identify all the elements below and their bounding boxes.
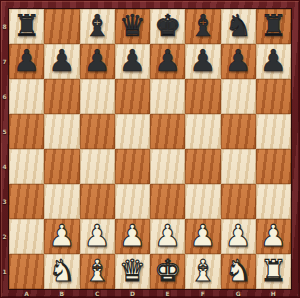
square-g8[interactable]: ♞ [221,9,256,44]
square-h1[interactable]: ♜ [256,254,291,289]
square-f4[interactable] [185,149,220,184]
square-a5[interactable] [9,114,44,149]
rank-label-5: 5 [0,114,9,149]
square-b3[interactable] [44,184,79,219]
white-king: ♚ [154,256,181,286]
square-c3[interactable] [80,184,115,219]
square-g7[interactable]: ♟ [221,44,256,79]
square-b2[interactable]: ♟ [44,219,79,254]
square-a8[interactable]: ♜ [9,9,44,44]
square-h3[interactable] [256,184,291,219]
square-a3[interactable] [9,184,44,219]
square-c6[interactable] [80,79,115,114]
square-f2[interactable]: ♟ [185,219,220,254]
file-label-h: H [256,289,291,298]
white-bishop: ♝ [84,256,111,286]
square-d7[interactable]: ♟ [115,44,150,79]
square-b8[interactable] [44,9,79,44]
file-label-b: B [44,289,79,298]
white-knight: ♞ [48,256,75,286]
square-d2[interactable]: ♟ [115,219,150,254]
square-h8[interactable]: ♜ [256,9,291,44]
square-c4[interactable] [80,149,115,184]
square-c8[interactable]: ♝ [80,9,115,44]
square-e7[interactable]: ♟ [150,44,185,79]
white-queen: ♛ [119,256,146,286]
black-king: ♚ [154,11,181,41]
black-rook: ♜ [260,11,287,41]
square-h6[interactable] [256,79,291,114]
square-b7[interactable]: ♟ [44,44,79,79]
square-f5[interactable] [185,114,220,149]
square-e6[interactable] [150,79,185,114]
square-d3[interactable] [115,184,150,219]
square-a7[interactable]: ♟ [9,44,44,79]
square-a1[interactable] [9,254,44,289]
square-g4[interactable] [221,149,256,184]
square-d1[interactable]: ♛ [115,254,150,289]
black-pawn: ♟ [119,46,146,76]
square-f6[interactable] [185,79,220,114]
black-bishop: ♝ [84,11,111,41]
black-pawn: ♟ [48,46,75,76]
square-e4[interactable] [150,149,185,184]
black-pawn: ♟ [225,46,252,76]
file-label-a: A [9,289,44,298]
file-label-f: F [185,289,220,298]
file-label-g: G [221,289,256,298]
square-c5[interactable] [80,114,115,149]
black-knight: ♞ [225,11,252,41]
square-b4[interactable] [44,149,79,184]
square-d6[interactable] [115,79,150,114]
rank-label-6: 6 [0,79,9,114]
file-label-c: C [80,289,115,298]
square-c2[interactable]: ♟ [80,219,115,254]
black-rook: ♜ [13,11,40,41]
square-g2[interactable]: ♟ [221,219,256,254]
square-h4[interactable] [256,149,291,184]
white-pawn: ♟ [154,221,181,251]
black-bishop: ♝ [189,11,216,41]
white-pawn: ♟ [260,221,287,251]
white-pawn: ♟ [48,221,75,251]
black-pawn: ♟ [13,46,40,76]
square-d8[interactable]: ♛ [115,9,150,44]
file-label-d: D [115,289,150,298]
square-h5[interactable] [256,114,291,149]
square-d5[interactable] [115,114,150,149]
square-f8[interactable]: ♝ [185,9,220,44]
rank-label-1: 1 [0,254,9,289]
rank-label-2: 2 [0,219,9,254]
rank-label-4: 4 [0,149,9,184]
square-c1[interactable]: ♝ [80,254,115,289]
rank-label-8: 8 [0,9,9,44]
square-h2[interactable]: ♟ [256,219,291,254]
black-pawn: ♟ [260,46,287,76]
square-f7[interactable]: ♟ [185,44,220,79]
square-g5[interactable] [221,114,256,149]
white-pawn: ♟ [189,221,216,251]
square-b6[interactable] [44,79,79,114]
square-f1[interactable]: ♝ [185,254,220,289]
black-queen: ♛ [119,11,146,41]
chess-board: ♜♝♛♚♝♞♜♟♟♟♟♟♟♟♟♟♟♟♟♟♟♟♞♝♛♚♝♞♜ [9,9,291,289]
square-g3[interactable] [221,184,256,219]
square-b5[interactable] [44,114,79,149]
white-pawn: ♟ [225,221,252,251]
black-pawn: ♟ [189,46,216,76]
square-a6[interactable] [9,79,44,114]
white-rook: ♜ [260,256,287,286]
white-bishop: ♝ [189,256,216,286]
black-pawn: ♟ [154,46,181,76]
square-e8[interactable]: ♚ [150,9,185,44]
file-labels: ABCDEFGH [9,289,291,298]
square-e2[interactable]: ♟ [150,219,185,254]
square-d4[interactable] [115,149,150,184]
square-a4[interactable] [9,149,44,184]
square-g1[interactable]: ♞ [221,254,256,289]
rank-label-7: 7 [0,44,9,79]
square-g6[interactable] [221,79,256,114]
rank-labels: 87654321 [0,9,9,289]
square-b1[interactable]: ♞ [44,254,79,289]
black-pawn: ♟ [84,46,111,76]
chess-board-window: ♜♝♛♚♝♞♜♟♟♟♟♟♟♟♟♟♟♟♟♟♟♟♞♝♛♚♝♞♜ 87654321 A… [0,0,300,298]
rank-label-3: 3 [0,184,9,219]
white-pawn: ♟ [84,221,111,251]
white-knight: ♞ [225,256,252,286]
square-a2[interactable] [9,219,44,254]
file-label-e: E [150,289,185,298]
square-e1[interactable]: ♚ [150,254,185,289]
square-h7[interactable]: ♟ [256,44,291,79]
square-c7[interactable]: ♟ [80,44,115,79]
square-e5[interactable] [150,114,185,149]
square-e3[interactable] [150,184,185,219]
square-f3[interactable] [185,184,220,219]
white-pawn: ♟ [119,221,146,251]
